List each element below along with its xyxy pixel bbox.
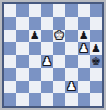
square-c4[interactable] [29,55,41,68]
piece-black-pawn: ♟ [30,30,40,41]
square-h6[interactable] [90,30,102,43]
square-b5[interactable] [16,42,28,55]
diagram-frame: ♟♚♟♟♟♟♚♟ [0,0,106,110]
piece-white-pawn: ♟ [79,43,89,54]
square-b6[interactable] [16,30,28,43]
square-b1[interactable] [16,93,28,106]
square-d2[interactable] [41,81,53,94]
square-c8[interactable] [29,4,41,17]
square-d1[interactable] [41,93,53,106]
square-f1[interactable] [65,93,77,106]
square-a4[interactable] [4,55,16,68]
square-a6[interactable] [4,30,16,43]
square-d8[interactable] [41,4,53,17]
square-b8[interactable] [16,4,28,17]
piece-black-pawn: ♟ [79,30,89,41]
square-h2[interactable] [90,81,102,94]
square-h4[interactable]: ♚ [90,55,102,68]
square-f4[interactable] [65,55,77,68]
square-e2[interactable] [53,81,65,94]
square-g7[interactable] [78,17,90,30]
square-g1[interactable] [78,93,90,106]
square-c6[interactable]: ♟ [29,30,41,43]
square-h8[interactable] [90,4,102,17]
square-a5[interactable] [4,42,16,55]
square-c1[interactable] [29,93,41,106]
square-g6[interactable]: ♟ [78,30,90,43]
square-f6[interactable] [65,30,77,43]
square-h3[interactable] [90,68,102,81]
square-h5[interactable]: ♟ [90,42,102,55]
piece-white-pawn: ♟ [66,81,76,92]
square-g5[interactable]: ♟ [78,42,90,55]
square-h7[interactable] [90,17,102,30]
square-g8[interactable] [78,4,90,17]
square-a2[interactable] [4,81,16,94]
square-e4[interactable] [53,55,65,68]
piece-black-pawn: ♟ [91,43,101,54]
square-f2[interactable]: ♟ [65,81,77,94]
square-d6[interactable] [41,30,53,43]
square-f5[interactable] [65,42,77,55]
square-a8[interactable] [4,4,16,17]
square-a3[interactable] [4,68,16,81]
square-e5[interactable] [53,42,65,55]
square-a1[interactable] [4,93,16,106]
square-h1[interactable] [90,93,102,106]
square-e1[interactable] [53,93,65,106]
square-f3[interactable] [65,68,77,81]
square-d7[interactable] [41,17,53,30]
square-c2[interactable] [29,81,41,94]
square-d4[interactable]: ♟ [41,55,53,68]
piece-white-pawn: ♟ [42,56,52,67]
square-e8[interactable] [53,4,65,17]
square-a7[interactable] [4,17,16,30]
board-border: ♟♚♟♟♟♟♚♟ [2,2,104,108]
piece-white-king: ♚ [54,30,64,41]
piece-black-king: ♚ [91,56,101,67]
square-d3[interactable] [41,68,53,81]
square-b2[interactable] [16,81,28,94]
square-f8[interactable] [65,4,77,17]
square-c5[interactable] [29,42,41,55]
square-g2[interactable] [78,81,90,94]
square-b7[interactable] [16,17,28,30]
square-b3[interactable] [16,68,28,81]
square-e6[interactable]: ♚ [53,30,65,43]
chess-board: ♟♚♟♟♟♟♚♟ [4,4,102,106]
square-b4[interactable] [16,55,28,68]
square-e3[interactable] [53,68,65,81]
square-g3[interactable] [78,68,90,81]
square-c7[interactable] [29,17,41,30]
square-f7[interactable] [65,17,77,30]
square-d5[interactable] [41,42,53,55]
square-g4[interactable] [78,55,90,68]
square-c3[interactable] [29,68,41,81]
square-e7[interactable] [53,17,65,30]
